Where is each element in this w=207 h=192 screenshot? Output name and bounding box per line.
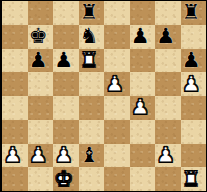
square-e4[interactable] bbox=[104, 96, 130, 120]
square-f6[interactable] bbox=[130, 49, 156, 73]
square-f1[interactable] bbox=[130, 167, 156, 191]
white-pawn-icon[interactable]: ♟ bbox=[54, 145, 73, 166]
square-a2[interactable]: ♟ bbox=[2, 144, 28, 168]
black-knight-icon[interactable]: ♞ bbox=[80, 26, 99, 47]
white-pawn-icon[interactable]: ♟ bbox=[156, 145, 175, 166]
square-c4[interactable] bbox=[53, 96, 79, 120]
square-g7[interactable]: ♟ bbox=[155, 25, 181, 49]
square-e1[interactable] bbox=[104, 167, 130, 191]
square-a1[interactable] bbox=[2, 167, 28, 191]
square-c1[interactable]: ♚ bbox=[53, 167, 79, 191]
white-pawn-icon[interactable]: ♟ bbox=[29, 145, 48, 166]
square-f8[interactable] bbox=[130, 1, 156, 25]
black-pawn-icon[interactable]: ♟ bbox=[156, 26, 175, 47]
square-g4[interactable] bbox=[155, 96, 181, 120]
white-rook-icon[interactable]: ♜ bbox=[182, 169, 201, 190]
square-f5[interactable] bbox=[130, 72, 156, 96]
square-f7[interactable]: ♟ bbox=[130, 25, 156, 49]
square-f3[interactable] bbox=[130, 120, 156, 144]
black-rook-icon[interactable]: ♜ bbox=[182, 2, 201, 23]
square-g8[interactable] bbox=[155, 1, 181, 25]
square-g1[interactable] bbox=[155, 167, 181, 191]
white-rook-icon[interactable]: ♜ bbox=[80, 50, 99, 71]
square-a5[interactable] bbox=[2, 72, 28, 96]
black-bishop-icon[interactable]: ♝ bbox=[80, 145, 99, 166]
square-b5[interactable] bbox=[28, 72, 54, 96]
square-a8[interactable] bbox=[2, 1, 28, 25]
square-d3[interactable] bbox=[79, 120, 105, 144]
square-b3[interactable] bbox=[28, 120, 54, 144]
square-a7[interactable] bbox=[2, 25, 28, 49]
white-pawn-icon[interactable]: ♟ bbox=[105, 74, 124, 95]
square-h5[interactable]: ♟ bbox=[181, 72, 207, 96]
square-a6[interactable] bbox=[2, 49, 28, 73]
square-d6[interactable]: ♜ bbox=[79, 49, 105, 73]
square-f2[interactable] bbox=[130, 144, 156, 168]
square-h3[interactable] bbox=[181, 120, 207, 144]
square-d8[interactable]: ♜ bbox=[79, 1, 105, 25]
chess-app-window: ♜♜♚♞♟♟♟♟♜♟♟♟♟♟♟♟♝♟♚♜ bbox=[0, 0, 207, 192]
white-pawn-icon[interactable]: ♟ bbox=[3, 145, 22, 166]
chess-board[interactable]: ♜♜♚♞♟♟♟♟♜♟♟♟♟♟♟♟♝♟♚♜ bbox=[0, 0, 207, 192]
square-b4[interactable] bbox=[28, 96, 54, 120]
square-e8[interactable] bbox=[104, 1, 130, 25]
black-pawn-icon[interactable]: ♟ bbox=[182, 50, 201, 71]
square-d4[interactable] bbox=[79, 96, 105, 120]
square-a3[interactable] bbox=[2, 120, 28, 144]
white-pawn-icon[interactable]: ♟ bbox=[182, 74, 201, 95]
square-g3[interactable] bbox=[155, 120, 181, 144]
square-d7[interactable]: ♞ bbox=[79, 25, 105, 49]
square-e6[interactable] bbox=[104, 49, 130, 73]
square-h4[interactable] bbox=[181, 96, 207, 120]
square-c7[interactable] bbox=[53, 25, 79, 49]
square-b1[interactable] bbox=[28, 167, 54, 191]
black-rook-icon[interactable]: ♜ bbox=[80, 2, 99, 23]
square-c2[interactable]: ♟ bbox=[53, 144, 79, 168]
square-e2[interactable] bbox=[104, 144, 130, 168]
black-pawn-icon[interactable]: ♟ bbox=[29, 50, 48, 71]
square-a4[interactable] bbox=[2, 96, 28, 120]
black-pawn-icon[interactable]: ♟ bbox=[54, 50, 73, 71]
square-h1[interactable]: ♜ bbox=[181, 167, 207, 191]
square-c8[interactable] bbox=[53, 1, 79, 25]
black-pawn-icon[interactable]: ♟ bbox=[131, 26, 150, 47]
white-king-icon[interactable]: ♚ bbox=[54, 169, 73, 190]
square-h8[interactable]: ♜ bbox=[181, 1, 207, 25]
square-h6[interactable]: ♟ bbox=[181, 49, 207, 73]
square-b7[interactable]: ♚ bbox=[28, 25, 54, 49]
square-b6[interactable]: ♟ bbox=[28, 49, 54, 73]
square-b2[interactable]: ♟ bbox=[28, 144, 54, 168]
square-c6[interactable]: ♟ bbox=[53, 49, 79, 73]
square-g6[interactable] bbox=[155, 49, 181, 73]
square-e3[interactable] bbox=[104, 120, 130, 144]
black-king-icon[interactable]: ♚ bbox=[29, 26, 48, 47]
square-h7[interactable] bbox=[181, 25, 207, 49]
square-e7[interactable] bbox=[104, 25, 130, 49]
square-h2[interactable] bbox=[181, 144, 207, 168]
square-e5[interactable]: ♟ bbox=[104, 72, 130, 96]
square-d5[interactable] bbox=[79, 72, 105, 96]
square-b8[interactable] bbox=[28, 1, 54, 25]
square-g2[interactable]: ♟ bbox=[155, 144, 181, 168]
square-f4[interactable]: ♟ bbox=[130, 96, 156, 120]
white-pawn-icon[interactable]: ♟ bbox=[131, 97, 150, 118]
square-c5[interactable] bbox=[53, 72, 79, 96]
square-c3[interactable] bbox=[53, 120, 79, 144]
square-d1[interactable] bbox=[79, 167, 105, 191]
square-d2[interactable]: ♝ bbox=[79, 144, 105, 168]
square-g5[interactable] bbox=[155, 72, 181, 96]
